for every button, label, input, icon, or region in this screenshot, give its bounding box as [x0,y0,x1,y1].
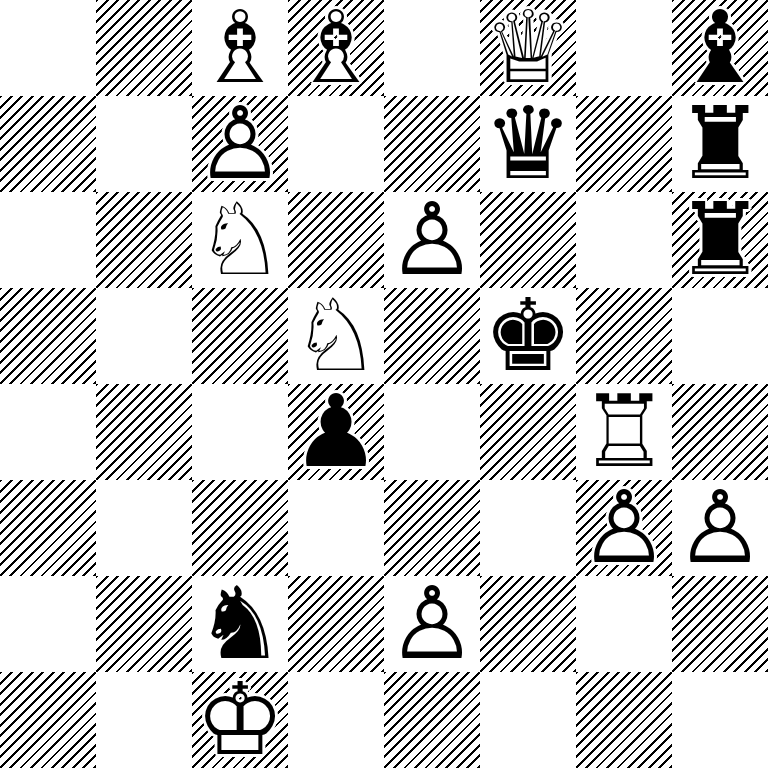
white-pawn-icon: ♙ [576,480,672,576]
black-queen-icon: ♛ [480,96,576,192]
square-d3[interactable] [288,480,384,576]
square-g5[interactable] [576,288,672,384]
square-d1[interactable] [288,672,384,768]
square-c6[interactable]: ♞♘ [192,192,288,288]
square-f1[interactable] [480,672,576,768]
square-a5[interactable] [0,288,96,384]
white-pawn-icon: ♙ [672,480,768,576]
white-rook-icon: ♖ [576,384,672,480]
square-a2[interactable] [0,576,96,672]
black-knight-icon: ♞ [192,576,288,672]
square-f5[interactable]: ♚♚ [480,288,576,384]
piece-white-rook[interactable]: ♜♖ [576,384,672,480]
square-h4[interactable] [672,384,768,480]
black-bishop-icon: ♝ [672,0,768,96]
square-g3[interactable]: ♟♙ [576,480,672,576]
square-h1[interactable] [672,672,768,768]
white-pawn-icon: ♙ [192,96,288,192]
black-rook-icon: ♜ [672,96,768,192]
piece-white-pawn[interactable]: ♟♙ [384,192,480,288]
square-f7[interactable]: ♛♛ [480,96,576,192]
square-f4[interactable] [480,384,576,480]
square-d5[interactable]: ♞♘ [288,288,384,384]
square-c5[interactable] [192,288,288,384]
square-c8[interactable]: ♝♗ [192,0,288,96]
piece-black-bishop[interactable]: ♝♝ [672,0,768,96]
white-king-icon: ♔ [192,672,288,768]
square-c3[interactable] [192,480,288,576]
square-g2[interactable] [576,576,672,672]
white-bishop-icon: ♗ [192,0,288,96]
piece-white-pawn[interactable]: ♟♙ [192,96,288,192]
white-queen-icon: ♕ [480,0,576,96]
square-e8[interactable] [384,0,480,96]
black-rook-icon: ♜ [672,192,768,288]
piece-black-king[interactable]: ♚♚ [480,288,576,384]
square-e6[interactable]: ♟♙ [384,192,480,288]
black-pawn-icon: ♟ [288,384,384,480]
square-e1[interactable] [384,672,480,768]
piece-white-pawn[interactable]: ♟♙ [384,576,480,672]
white-pawn-icon: ♙ [384,576,480,672]
square-f2[interactable] [480,576,576,672]
square-a8[interactable] [0,0,96,96]
square-e3[interactable] [384,480,480,576]
square-g1[interactable] [576,672,672,768]
square-g8[interactable] [576,0,672,96]
square-d4[interactable]: ♟♟ [288,384,384,480]
square-a3[interactable] [0,480,96,576]
piece-white-knight[interactable]: ♞♘ [192,192,288,288]
piece-white-pawn[interactable]: ♟♙ [576,480,672,576]
square-b2[interactable] [96,576,192,672]
square-h3[interactable]: ♟♙ [672,480,768,576]
square-b1[interactable] [96,672,192,768]
square-a7[interactable] [0,96,96,192]
piece-white-knight[interactable]: ♞♘ [288,288,384,384]
square-b3[interactable] [96,480,192,576]
square-e2[interactable]: ♟♙ [384,576,480,672]
square-d7[interactable] [288,96,384,192]
chess-board: ♝♗♝♗♛♕♝♝♟♙♛♛♜♜♞♘♟♙♜♜♞♘♚♚♟♟♜♖♟♙♟♙♞♞♟♙♚♔ [0,0,768,768]
piece-black-rook[interactable]: ♜♜ [672,192,768,288]
piece-white-pawn[interactable]: ♟♙ [672,480,768,576]
square-h7[interactable]: ♜♜ [672,96,768,192]
square-f8[interactable]: ♛♕ [480,0,576,96]
square-c1[interactable]: ♚♔ [192,672,288,768]
white-knight-icon: ♘ [192,192,288,288]
square-c2[interactable]: ♞♞ [192,576,288,672]
square-g7[interactable] [576,96,672,192]
square-g6[interactable] [576,192,672,288]
square-b8[interactable] [96,0,192,96]
square-e4[interactable] [384,384,480,480]
piece-white-queen[interactable]: ♛♕ [480,0,576,96]
square-g4[interactable]: ♜♖ [576,384,672,480]
square-h8[interactable]: ♝♝ [672,0,768,96]
piece-white-bishop[interactable]: ♝♗ [192,0,288,96]
square-a6[interactable] [0,192,96,288]
square-h2[interactable] [672,576,768,672]
square-e5[interactable] [384,288,480,384]
piece-black-queen[interactable]: ♛♛ [480,96,576,192]
square-b7[interactable] [96,96,192,192]
square-a1[interactable] [0,672,96,768]
piece-white-bishop[interactable]: ♝♗ [288,0,384,96]
piece-black-knight[interactable]: ♞♞ [192,576,288,672]
square-b6[interactable] [96,192,192,288]
black-king-icon: ♚ [480,288,576,384]
piece-black-rook[interactable]: ♜♜ [672,96,768,192]
square-f6[interactable] [480,192,576,288]
white-pawn-icon: ♙ [384,192,480,288]
square-c7[interactable]: ♟♙ [192,96,288,192]
square-h6[interactable]: ♜♜ [672,192,768,288]
square-h5[interactable] [672,288,768,384]
square-d8[interactable]: ♝♗ [288,0,384,96]
square-c4[interactable] [192,384,288,480]
piece-white-king[interactable]: ♚♔ [192,672,288,768]
square-e7[interactable] [384,96,480,192]
white-bishop-icon: ♗ [288,0,384,96]
square-b4[interactable] [96,384,192,480]
square-f3[interactable] [480,480,576,576]
square-a4[interactable] [0,384,96,480]
piece-black-pawn[interactable]: ♟♟ [288,384,384,480]
square-b5[interactable] [96,288,192,384]
white-knight-icon: ♘ [288,288,384,384]
square-d6[interactable] [288,192,384,288]
square-d2[interactable] [288,576,384,672]
